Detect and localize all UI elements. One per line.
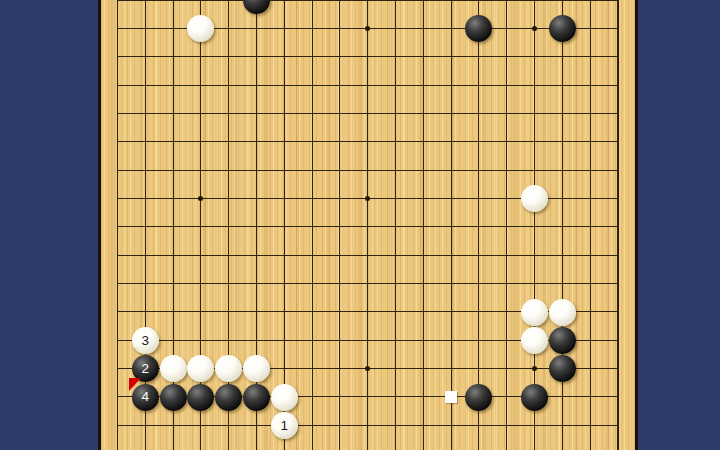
stone-number-label: 3: [142, 334, 150, 348]
star-point: [532, 366, 537, 371]
stone-white[interactable]: [187, 15, 214, 42]
stone-white[interactable]: [243, 355, 270, 382]
star-point: [365, 196, 370, 201]
app-window: { "game": "go", "board": { "size": 19, "…: [0, 0, 720, 450]
stone-black[interactable]: [549, 15, 576, 42]
star-point: [532, 26, 537, 31]
square-marker: [445, 391, 457, 403]
stone-white[interactable]: [549, 299, 576, 326]
stone-white[interactable]: [521, 185, 548, 212]
stone-white[interactable]: [271, 384, 298, 411]
star-point: [365, 366, 370, 371]
stone-white[interactable]: [160, 355, 187, 382]
stone-number-label: 1: [281, 419, 289, 433]
star-point: [198, 196, 203, 201]
stone-black[interactable]: 4: [132, 384, 159, 411]
go-board[interactable]: 3241: [98, 0, 638, 450]
last-move-marker: [129, 378, 141, 391]
stone-black[interactable]: [549, 327, 576, 354]
stone-number-label: 2: [142, 362, 150, 376]
stone-black[interactable]: [243, 384, 270, 411]
stone-white[interactable]: [521, 299, 548, 326]
stone-black[interactable]: [521, 384, 548, 411]
stone-black[interactable]: [465, 15, 492, 42]
stone-white[interactable]: 3: [132, 327, 159, 354]
stone-black[interactable]: [549, 355, 576, 382]
board-cell-layer: 3241: [104, 0, 632, 450]
stone-white[interactable]: [187, 355, 214, 382]
stone-white[interactable]: 1: [271, 412, 298, 439]
stone-black[interactable]: [243, 0, 270, 14]
stone-number-label: 4: [142, 390, 150, 404]
stone-black[interactable]: [465, 384, 492, 411]
stone-black[interactable]: [187, 384, 214, 411]
stone-white[interactable]: [215, 355, 242, 382]
star-point: [365, 26, 370, 31]
stone-black[interactable]: [160, 384, 187, 411]
stone-black[interactable]: [215, 384, 242, 411]
stone-white[interactable]: [521, 327, 548, 354]
